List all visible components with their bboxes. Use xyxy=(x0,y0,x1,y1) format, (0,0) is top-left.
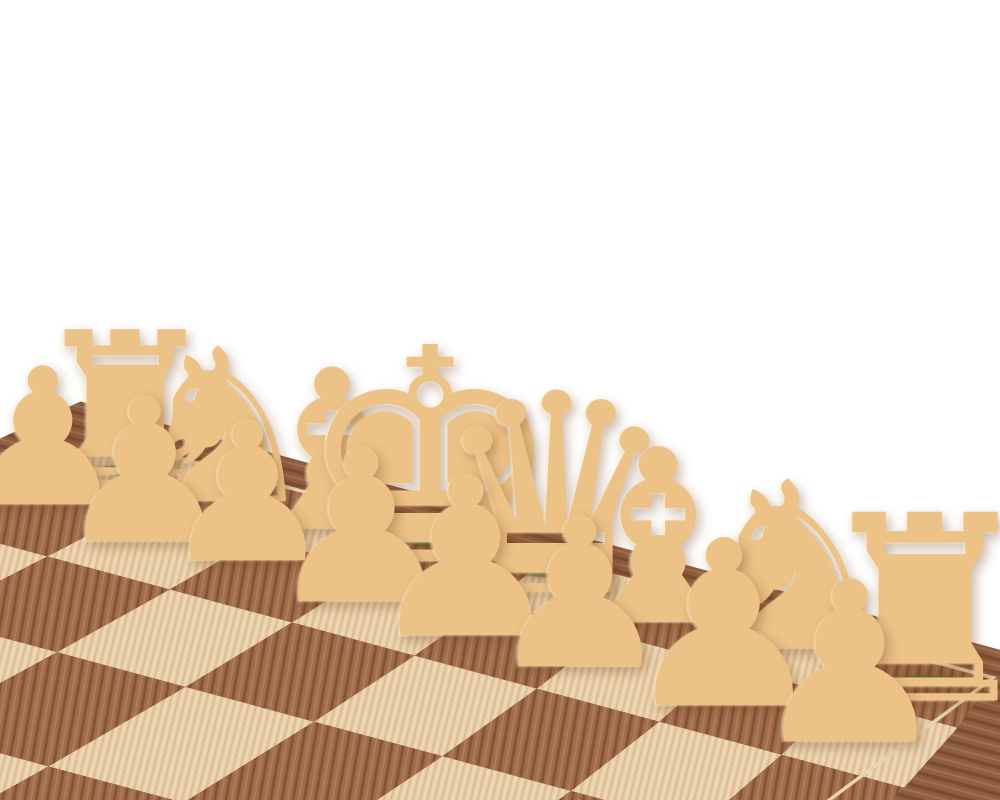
chessboard-photo: ♜♞♝♚♛♝♞♜♟♟♟♟♟♟♟♟ xyxy=(0,0,1000,800)
piece-white-pawn-a2[interactable]: ♟ xyxy=(750,553,950,776)
